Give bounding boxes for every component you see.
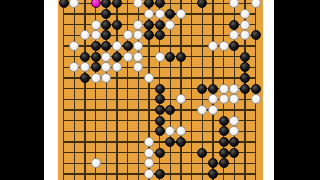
white-stone: [112, 41, 122, 51]
black-stone: [144, 30, 154, 40]
black-stone: [165, 9, 175, 19]
grid-vertical-line: [127, 0, 128, 180]
black-stone: [101, 0, 111, 8]
black-stone: [240, 73, 250, 83]
black-stone: [155, 84, 165, 94]
white-stone: [240, 9, 250, 19]
white-stone: [155, 9, 165, 19]
white-stone: [229, 0, 239, 8]
white-stone: [69, 0, 79, 8]
black-stone: [155, 30, 165, 40]
grid-vertical-line: [63, 0, 64, 180]
black-stone: [229, 137, 239, 147]
white-stone: [101, 52, 111, 62]
black-stone: [80, 52, 90, 62]
black-stone: [112, 20, 122, 30]
black-stone: [240, 62, 250, 72]
screenshot-frame: [0, 0, 320, 180]
black-stone: [229, 41, 239, 51]
black-stone: [240, 84, 250, 94]
white-stone: [155, 52, 165, 62]
white-stone: [251, 94, 261, 104]
white-stone: [91, 30, 101, 40]
white-stone: [144, 73, 154, 83]
white-stone: [133, 20, 143, 30]
black-stone: [155, 0, 165, 8]
white-stone: [123, 30, 133, 40]
white-stone: [176, 9, 186, 19]
white-stone: [229, 84, 239, 94]
black-stone: [208, 84, 218, 94]
black-stone: [123, 41, 133, 51]
white-stone: [251, 0, 261, 8]
white-stone: [91, 20, 101, 30]
black-stone: [240, 52, 250, 62]
black-stone: [101, 30, 111, 40]
white-stone: [240, 30, 250, 40]
white-stone: [144, 9, 154, 19]
black-stone: [229, 148, 239, 158]
white-stone: [229, 116, 239, 126]
black-stone: [155, 116, 165, 126]
black-stone: [176, 137, 186, 147]
white-stone: [229, 30, 239, 40]
black-stone: [219, 126, 229, 136]
white-stone: [144, 169, 154, 179]
white-stone: [229, 126, 239, 136]
black-stone: [59, 0, 69, 8]
white-stone: [165, 20, 175, 30]
black-stone: [101, 20, 111, 30]
white-stone: [219, 84, 229, 94]
white-stone: [208, 41, 218, 51]
black-stone: [251, 30, 261, 40]
black-stone: [112, 0, 122, 8]
black-stone: [219, 158, 229, 168]
white-stone: [123, 52, 133, 62]
white-stone: [144, 148, 154, 158]
white-stone: [133, 62, 143, 72]
white-stone: [69, 62, 79, 72]
white-stone: [133, 0, 143, 8]
black-stone: [197, 0, 207, 8]
white-stone: [101, 62, 111, 72]
white-stone: [69, 41, 79, 51]
black-stone: [176, 52, 186, 62]
black-stone: [219, 148, 229, 158]
white-stone: [91, 73, 101, 83]
black-stone: [165, 137, 175, 147]
white-stone: [208, 94, 218, 104]
white-stone: [229, 94, 239, 104]
grid-vertical-line: [191, 0, 192, 180]
white-stone: [176, 126, 186, 136]
white-stone: [133, 52, 143, 62]
black-stone: [208, 158, 218, 168]
black-stone: [251, 84, 261, 94]
grid-vertical-line: [180, 0, 181, 180]
white-stone: [176, 94, 186, 104]
black-stone: [101, 41, 111, 51]
black-stone: [155, 94, 165, 104]
white-stone: [133, 41, 143, 51]
black-stone: [91, 62, 101, 72]
white-stone: [219, 94, 229, 104]
black-stone: [165, 105, 175, 115]
black-stone: [229, 20, 239, 30]
white-stone: [208, 105, 218, 115]
black-stone: [165, 52, 175, 62]
white-stone: [133, 30, 143, 40]
black-stone: [155, 126, 165, 136]
black-stone: [219, 137, 229, 147]
black-stone: [80, 73, 90, 83]
black-stone: [144, 20, 154, 30]
white-stone: [112, 62, 122, 72]
black-stone: [112, 52, 122, 62]
go-board[interactable]: [58, 0, 263, 180]
black-stone: [197, 148, 207, 158]
white-stone: [80, 30, 90, 40]
white-stone: [240, 20, 250, 30]
black-stone: [208, 169, 218, 179]
black-stone: [155, 105, 165, 115]
black-stone: [91, 41, 101, 51]
white-stone: [144, 137, 154, 147]
white-stone: [101, 73, 111, 83]
marked-stone: [91, 0, 101, 8]
black-stone: [155, 148, 165, 158]
black-stone: [91, 52, 101, 62]
grid-vertical-line: [84, 0, 85, 180]
white-stone: [91, 158, 101, 168]
black-stone: [197, 84, 207, 94]
black-stone: [155, 20, 165, 30]
white-stone: [197, 105, 207, 115]
black-stone: [144, 0, 154, 8]
white-stone: [144, 158, 154, 168]
white-stone: [165, 126, 175, 136]
black-stone: [155, 169, 165, 179]
black-stone: [101, 9, 111, 19]
white-stone: [219, 41, 229, 51]
white-stone: [80, 62, 90, 72]
grid-vertical-line: [74, 0, 75, 180]
black-stone: [219, 116, 229, 126]
